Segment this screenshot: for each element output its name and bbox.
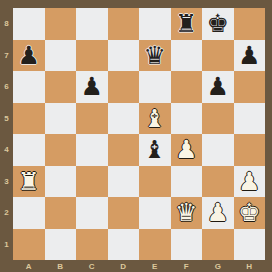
black-pawn-g6[interactable]: ♟ xyxy=(202,71,234,103)
square-b5[interactable] xyxy=(45,103,77,135)
square-d2[interactable] xyxy=(108,197,140,229)
square-d1[interactable] xyxy=(108,229,140,261)
square-e2[interactable] xyxy=(139,197,171,229)
square-c1[interactable] xyxy=(76,229,108,261)
rank-label-2: 2 xyxy=(0,197,13,229)
square-a8[interactable] xyxy=(13,8,45,40)
square-f6[interactable] xyxy=(171,71,203,103)
black-pawn-a7[interactable]: ♟ xyxy=(13,40,45,72)
white-queen-f2[interactable]: ♛ xyxy=(171,197,203,229)
square-h2[interactable]: ♚ xyxy=(234,197,266,229)
square-a3[interactable]: ♜ xyxy=(13,166,45,198)
square-c4[interactable] xyxy=(76,134,108,166)
square-h3[interactable]: ♟ xyxy=(234,166,266,198)
square-c2[interactable] xyxy=(76,197,108,229)
black-rook-f8[interactable]: ♜ xyxy=(171,8,203,40)
square-d3[interactable] xyxy=(108,166,140,198)
file-label-f: F xyxy=(171,261,203,272)
rank-label-8: 8 xyxy=(0,8,13,40)
white-rook-a3[interactable]: ♜ xyxy=(13,166,45,198)
square-c8[interactable] xyxy=(76,8,108,40)
black-pawn-h7[interactable]: ♟ xyxy=(234,40,266,72)
rank-label-6: 6 xyxy=(0,71,13,103)
square-b7[interactable] xyxy=(45,40,77,72)
square-e4[interactable]: ♝ xyxy=(139,134,171,166)
square-f7[interactable] xyxy=(171,40,203,72)
square-e6[interactable] xyxy=(139,71,171,103)
rank-label-7: 7 xyxy=(0,40,13,72)
square-b2[interactable] xyxy=(45,197,77,229)
square-d7[interactable] xyxy=(108,40,140,72)
rank-label-3: 3 xyxy=(0,166,13,198)
square-g6[interactable]: ♟ xyxy=(202,71,234,103)
square-a7[interactable]: ♟ xyxy=(13,40,45,72)
square-a5[interactable] xyxy=(13,103,45,135)
square-d6[interactable] xyxy=(108,71,140,103)
white-king-h2[interactable]: ♚ xyxy=(234,197,266,229)
white-pawn-h3[interactable]: ♟ xyxy=(234,166,266,198)
white-pawn-g2[interactable]: ♟ xyxy=(202,197,234,229)
square-g3[interactable] xyxy=(202,166,234,198)
square-h5[interactable] xyxy=(234,103,266,135)
square-b4[interactable] xyxy=(45,134,77,166)
square-e1[interactable] xyxy=(139,229,171,261)
square-a6[interactable] xyxy=(13,71,45,103)
square-f4[interactable]: ♟ xyxy=(171,134,203,166)
file-label-g: G xyxy=(202,261,234,272)
file-label-h: H xyxy=(234,261,266,272)
black-king-g8[interactable]: ♚ xyxy=(202,8,234,40)
square-e7[interactable]: ♛ xyxy=(139,40,171,72)
rank-label-1: 1 xyxy=(0,229,13,261)
file-label-c: C xyxy=(76,261,108,272)
file-label-e: E xyxy=(139,261,171,272)
square-d4[interactable] xyxy=(108,134,140,166)
square-b8[interactable] xyxy=(45,8,77,40)
black-queen-e7[interactable]: ♛ xyxy=(139,40,171,72)
square-b1[interactable] xyxy=(45,229,77,261)
black-bishop-e4[interactable]: ♝ xyxy=(139,134,171,166)
square-e5[interactable]: ♝ xyxy=(139,103,171,135)
square-h7[interactable]: ♟ xyxy=(234,40,266,72)
square-d5[interactable] xyxy=(108,103,140,135)
white-bishop-e5[interactable]: ♝ xyxy=(139,103,171,135)
rank-label-4: 4 xyxy=(0,134,13,166)
square-e8[interactable] xyxy=(139,8,171,40)
square-c3[interactable] xyxy=(76,166,108,198)
chess-board-frame: ♜♚♟♛♟♟♟♝♝♟♜♟♛♟♚ 87654321 ABCDEFGH xyxy=(0,0,272,272)
file-label-b: B xyxy=(45,261,77,272)
square-a4[interactable] xyxy=(13,134,45,166)
white-pawn-f4[interactable]: ♟ xyxy=(171,134,203,166)
square-h6[interactable] xyxy=(234,71,266,103)
square-f5[interactable] xyxy=(171,103,203,135)
square-f3[interactable] xyxy=(171,166,203,198)
square-c6[interactable]: ♟ xyxy=(76,71,108,103)
file-label-a: A xyxy=(13,261,45,272)
square-g5[interactable] xyxy=(202,103,234,135)
square-g2[interactable]: ♟ xyxy=(202,197,234,229)
square-h8[interactable] xyxy=(234,8,266,40)
file-label-d: D xyxy=(108,261,140,272)
square-b6[interactable] xyxy=(45,71,77,103)
square-c5[interactable] xyxy=(76,103,108,135)
black-pawn-c6[interactable]: ♟ xyxy=(76,71,108,103)
square-f1[interactable] xyxy=(171,229,203,261)
square-e3[interactable] xyxy=(139,166,171,198)
square-c7[interactable] xyxy=(76,40,108,72)
square-g7[interactable] xyxy=(202,40,234,72)
square-g8[interactable]: ♚ xyxy=(202,8,234,40)
chess-board: ♜♚♟♛♟♟♟♝♝♟♜♟♛♟♚ xyxy=(13,8,265,260)
square-h4[interactable] xyxy=(234,134,266,166)
square-d8[interactable] xyxy=(108,8,140,40)
square-a1[interactable] xyxy=(13,229,45,261)
square-f2[interactable]: ♛ xyxy=(171,197,203,229)
square-f8[interactable]: ♜ xyxy=(171,8,203,40)
rank-label-5: 5 xyxy=(0,103,13,135)
square-g4[interactable] xyxy=(202,134,234,166)
square-b3[interactable] xyxy=(45,166,77,198)
square-a2[interactable] xyxy=(13,197,45,229)
square-g1[interactable] xyxy=(202,229,234,261)
square-h1[interactable] xyxy=(234,229,266,261)
